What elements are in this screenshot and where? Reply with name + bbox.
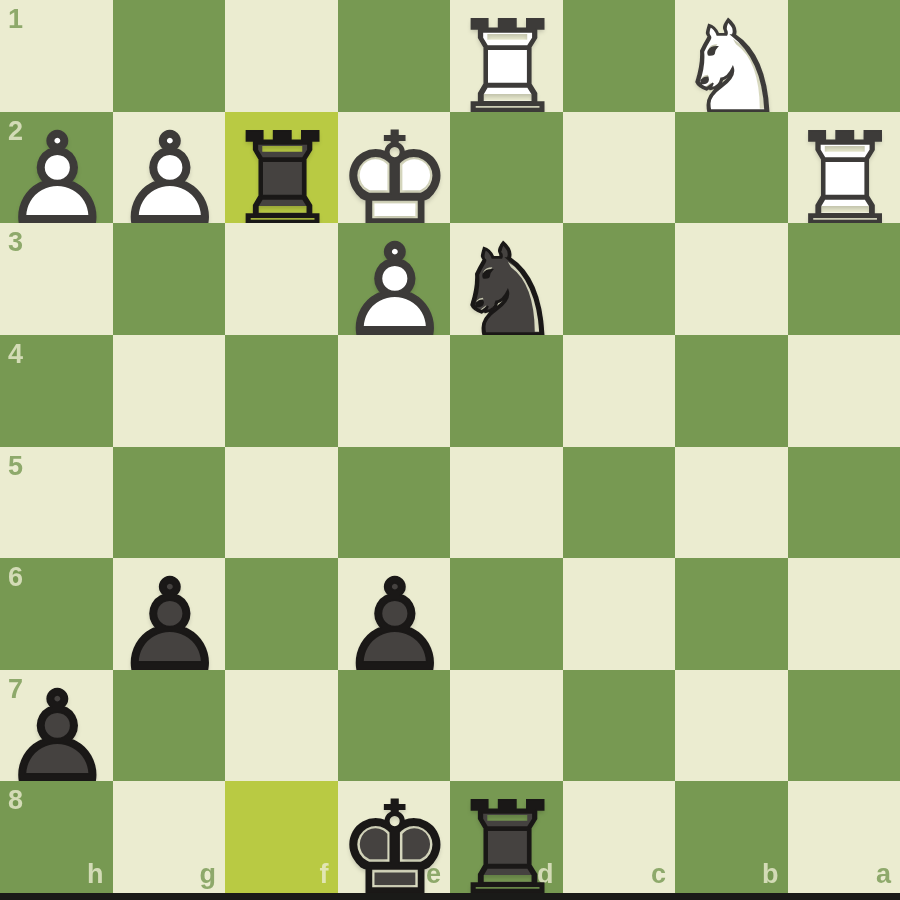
square-c6[interactable] [563,558,676,670]
square-c7[interactable] [563,670,676,782]
square-b4[interactable] [675,335,788,447]
square-a1[interactable] [788,0,900,112]
square-h4[interactable]: 4 [0,335,113,447]
white-pawn[interactable]: ♟♙ [113,112,226,224]
square-a7[interactable] [788,670,900,782]
rank-label-4: 4 [8,339,23,370]
file-label-c: c [651,859,666,890]
square-g3[interactable] [113,223,226,335]
white-king[interactable]: ♚♔ [338,112,451,224]
square-c2[interactable] [563,112,676,224]
rank-label-3: 3 [8,227,23,258]
file-label-g: g [200,859,217,890]
black-pawn[interactable]: ♟♙ [338,558,451,670]
chess-board: 1♜♖♞♘2♟♙♟♙♜♖♚♔♜♖3♟♙♞♘456♟♙♟♙7♟♙8hgfe♚♔d♜… [0,0,900,893]
square-f3[interactable] [225,223,338,335]
square-g4[interactable] [113,335,226,447]
square-g7[interactable] [113,670,226,782]
square-h7[interactable]: 7♟♙ [0,670,113,782]
square-d6[interactable] [450,558,563,670]
square-g8[interactable]: g [113,781,226,893]
square-d2[interactable] [450,112,563,224]
square-f7[interactable] [225,670,338,782]
piece-glyph-outline: ♔ [338,785,453,900]
black-knight[interactable]: ♞♘ [450,223,563,335]
square-f1[interactable] [225,0,338,112]
square-f8[interactable]: f [225,781,338,893]
file-label-b: b [762,859,779,890]
white-knight[interactable]: ♞♘ [675,0,788,112]
square-d7[interactable] [450,670,563,782]
square-g5[interactable] [113,447,226,559]
square-c3[interactable] [563,223,676,335]
square-h2[interactable]: 2♟♙ [0,112,113,224]
square-c4[interactable] [563,335,676,447]
square-e7[interactable] [338,670,451,782]
square-d1[interactable]: ♜♖ [450,0,563,112]
square-e6[interactable]: ♟♙ [338,558,451,670]
square-f5[interactable] [225,447,338,559]
rank-label-1: 1 [8,4,23,35]
square-a8[interactable]: a [788,781,900,893]
black-pawn[interactable]: ♟♙ [113,558,226,670]
white-pawn[interactable]: ♟♙ [0,112,113,224]
chess-app-viewport: 1♜♖♞♘2♟♙♟♙♜♖♚♔♜♖3♟♙♞♘456♟♙♟♙7♟♙8hgfe♚♔d♜… [0,0,900,900]
file-label-f: f [320,859,329,890]
square-b2[interactable] [675,112,788,224]
white-rook[interactable]: ♜♖ [450,0,563,112]
square-e5[interactable] [338,447,451,559]
square-f6[interactable] [225,558,338,670]
square-h5[interactable]: 5 [0,447,113,559]
square-e8[interactable]: e♚♔ [338,781,451,893]
square-h8[interactable]: 8h [0,781,113,893]
square-h6[interactable]: 6 [0,558,113,670]
square-d8[interactable]: d♜♖ [450,781,563,893]
white-pawn[interactable]: ♟♙ [338,223,451,335]
piece-glyph-outline: ♖ [450,785,565,900]
black-king[interactable]: ♚♔ [338,781,451,893]
rank-label-8: 8 [8,785,23,816]
square-d3[interactable]: ♞♘ [450,223,563,335]
square-h1[interactable]: 1 [0,0,113,112]
rank-label-5: 5 [8,451,23,482]
black-rook[interactable]: ♜♖ [450,781,563,893]
square-a4[interactable] [788,335,900,447]
rank-label-6: 6 [8,562,23,593]
file-label-h: h [87,859,104,890]
file-label-a: a [876,859,891,890]
square-e3[interactable]: ♟♙ [338,223,451,335]
white-rook[interactable]: ♜♖ [788,112,900,224]
square-b6[interactable] [675,558,788,670]
square-a6[interactable] [788,558,900,670]
square-h3[interactable]: 3 [0,223,113,335]
square-e4[interactable] [338,335,451,447]
square-a2[interactable]: ♜♖ [788,112,900,224]
square-c8[interactable]: c [563,781,676,893]
square-a5[interactable] [788,447,900,559]
square-a3[interactable] [788,223,900,335]
square-g2[interactable]: ♟♙ [113,112,226,224]
square-f4[interactable] [225,335,338,447]
square-g1[interactable] [113,0,226,112]
square-e1[interactable] [338,0,451,112]
square-b5[interactable] [675,447,788,559]
square-d4[interactable] [450,335,563,447]
square-d5[interactable] [450,447,563,559]
square-b7[interactable] [675,670,788,782]
window-bottom-edge [0,893,900,900]
square-c1[interactable] [563,0,676,112]
square-b3[interactable] [675,223,788,335]
square-f2[interactable]: ♜♖ [225,112,338,224]
square-e2[interactable]: ♚♔ [338,112,451,224]
square-g6[interactable]: ♟♙ [113,558,226,670]
square-b1[interactable]: ♞♘ [675,0,788,112]
square-c5[interactable] [563,447,676,559]
black-pawn[interactable]: ♟♙ [0,670,113,782]
square-b8[interactable]: b [675,781,788,893]
black-rook[interactable]: ♜♖ [225,112,338,224]
